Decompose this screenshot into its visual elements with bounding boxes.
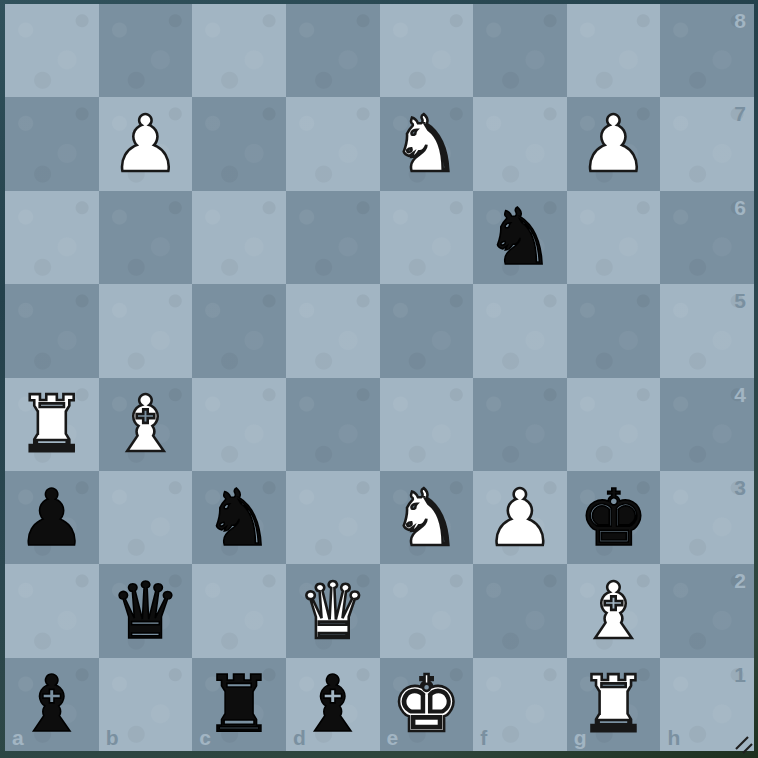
square-a1[interactable]: a♝: [5, 658, 99, 751]
rank-label-3: 3: [734, 477, 746, 498]
square-g4[interactable]: [567, 378, 661, 471]
rank-label-8: 8: [734, 10, 746, 31]
square-f5[interactable]: [473, 284, 567, 377]
square-e4[interactable]: [380, 378, 474, 471]
square-c4[interactable]: [192, 378, 286, 471]
square-h6[interactable]: 6: [660, 191, 754, 284]
rank-label-7: 7: [734, 103, 746, 124]
white-pawn-g7[interactable]: ♟: [579, 105, 649, 183]
white-bishop-b4[interactable]: ♝: [110, 385, 180, 463]
square-a7[interactable]: [5, 97, 99, 190]
square-b6[interactable]: [99, 191, 193, 284]
square-g5[interactable]: [567, 284, 661, 377]
square-f6[interactable]: ♞: [473, 191, 567, 284]
black-pawn-a3[interactable]: ♟: [17, 479, 87, 557]
square-e7[interactable]: ♞: [380, 97, 474, 190]
square-b8[interactable]: [99, 4, 193, 97]
square-b3[interactable]: [99, 471, 193, 564]
black-queen-b2[interactable]: ♛: [110, 572, 180, 650]
square-g6[interactable]: [567, 191, 661, 284]
rank-label-4: 4: [734, 384, 746, 405]
white-king-e1[interactable]: ♚: [391, 665, 461, 743]
square-a2[interactable]: [5, 564, 99, 657]
square-c6[interactable]: [192, 191, 286, 284]
square-f7[interactable]: [473, 97, 567, 190]
square-b7[interactable]: ♟: [99, 97, 193, 190]
square-d1[interactable]: d♝: [286, 658, 380, 751]
black-rook-c1[interactable]: ♜: [204, 665, 274, 743]
white-knight-e7[interactable]: ♞: [391, 105, 461, 183]
square-a8[interactable]: [5, 4, 99, 97]
square-c3[interactable]: ♞: [192, 471, 286, 564]
square-f3[interactable]: ♟: [473, 471, 567, 564]
rank-label-5: 5: [734, 290, 746, 311]
square-d8[interactable]: [286, 4, 380, 97]
square-c5[interactable]: [192, 284, 286, 377]
square-d5[interactable]: [286, 284, 380, 377]
square-d6[interactable]: [286, 191, 380, 284]
square-f1[interactable]: f: [473, 658, 567, 751]
white-rook-g1[interactable]: ♜: [579, 665, 649, 743]
square-h2[interactable]: 2: [660, 564, 754, 657]
file-label-b: b: [106, 727, 119, 748]
square-e8[interactable]: [380, 4, 474, 97]
square-e1[interactable]: e♚: [380, 658, 474, 751]
square-b5[interactable]: [99, 284, 193, 377]
square-g1[interactable]: g♜: [567, 658, 661, 751]
rank-label-2: 2: [734, 570, 746, 591]
square-g8[interactable]: [567, 4, 661, 97]
rank-label-6: 6: [734, 197, 746, 218]
square-a5[interactable]: [5, 284, 99, 377]
square-g2[interactable]: ♝: [567, 564, 661, 657]
square-g3[interactable]: ♚: [567, 471, 661, 564]
white-rook-a4[interactable]: ♜: [17, 385, 87, 463]
square-g7[interactable]: ♟: [567, 97, 661, 190]
white-pawn-b7[interactable]: ♟: [110, 105, 180, 183]
white-pawn-f3[interactable]: ♟: [485, 479, 555, 557]
square-c2[interactable]: [192, 564, 286, 657]
square-c1[interactable]: c♜: [192, 658, 286, 751]
square-f4[interactable]: [473, 378, 567, 471]
square-a6[interactable]: [5, 191, 99, 284]
file-label-h: h: [667, 727, 680, 748]
square-e6[interactable]: [380, 191, 474, 284]
square-e3[interactable]: ♞: [380, 471, 474, 564]
square-b1[interactable]: b: [99, 658, 193, 751]
square-c8[interactable]: [192, 4, 286, 97]
square-d7[interactable]: [286, 97, 380, 190]
square-b2[interactable]: ♛: [99, 564, 193, 657]
black-bishop-d1[interactable]: ♝: [298, 665, 368, 743]
black-king-g3[interactable]: ♚: [579, 479, 649, 557]
white-queen-d2[interactable]: ♛: [298, 572, 368, 650]
chess-board: 8♟♞♟7♞65♜♝4♟♞♞♟♚3♛♛♝2a♝bc♜d♝e♚fg♜1h: [5, 4, 754, 751]
square-h8[interactable]: 8: [660, 4, 754, 97]
square-d3[interactable]: [286, 471, 380, 564]
square-e2[interactable]: [380, 564, 474, 657]
square-h5[interactable]: 5: [660, 284, 754, 377]
black-knight-f6[interactable]: ♞: [485, 198, 555, 276]
square-c7[interactable]: [192, 97, 286, 190]
black-bishop-a1[interactable]: ♝: [17, 665, 87, 743]
square-a4[interactable]: ♜: [5, 378, 99, 471]
rank-label-1: 1: [734, 664, 746, 685]
square-a3[interactable]: ♟: [5, 471, 99, 564]
square-h7[interactable]: 7: [660, 97, 754, 190]
square-h4[interactable]: 4: [660, 378, 754, 471]
board-resize-handle[interactable]: [733, 734, 755, 756]
square-e5[interactable]: [380, 284, 474, 377]
square-h3[interactable]: 3: [660, 471, 754, 564]
square-b4[interactable]: ♝: [99, 378, 193, 471]
square-d4[interactable]: [286, 378, 380, 471]
file-label-f: f: [480, 727, 487, 748]
white-knight-e3[interactable]: ♞: [391, 479, 461, 557]
white-bishop-g2[interactable]: ♝: [579, 572, 649, 650]
square-d2[interactable]: ♛: [286, 564, 380, 657]
black-knight-c3[interactable]: ♞: [204, 479, 274, 557]
square-f2[interactable]: [473, 564, 567, 657]
square-f8[interactable]: [473, 4, 567, 97]
